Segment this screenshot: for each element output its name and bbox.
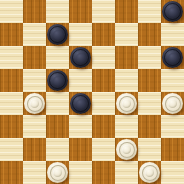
square-19[interactable]: ⛀ <box>115 92 138 115</box>
white-man-glyph: ⛀ <box>24 93 45 114</box>
black-man-glyph: ⛂ <box>47 24 68 45</box>
black-man-piece[interactable]: ⛂ <box>70 47 91 68</box>
square-light-r4c4 <box>92 92 115 115</box>
square-light-r0c6 <box>138 0 161 23</box>
black-man-piece[interactable]: ⛂ <box>70 93 91 114</box>
square-11[interactable] <box>115 46 138 69</box>
square-light-r3c7 <box>161 69 184 92</box>
square-light-r6c0 <box>0 138 23 161</box>
square-8[interactable] <box>138 23 161 46</box>
square-7[interactable] <box>92 23 115 46</box>
square-4[interactable]: ⛂ <box>161 0 184 23</box>
white-man-piece[interactable]: ⛀ <box>116 139 137 160</box>
square-15[interactable] <box>92 69 115 92</box>
square-3[interactable] <box>115 0 138 23</box>
square-light-r5c1 <box>23 115 46 138</box>
square-22[interactable] <box>46 115 69 138</box>
square-6[interactable]: ⛂ <box>46 23 69 46</box>
square-light-r0c2 <box>46 0 69 23</box>
square-light-r6c2 <box>46 138 69 161</box>
square-light-r4c2 <box>46 92 69 115</box>
square-light-r7c5 <box>115 161 138 184</box>
square-light-r2c6 <box>138 46 161 69</box>
square-light-r1c1 <box>23 23 46 46</box>
square-24[interactable] <box>138 115 161 138</box>
square-light-r3c5 <box>115 69 138 92</box>
white-man-piece[interactable]: ⛀ <box>47 162 68 183</box>
white-man-glyph: ⛀ <box>116 93 137 114</box>
black-man-glyph: ⛂ <box>162 1 183 22</box>
square-light-r2c4 <box>92 46 115 69</box>
square-27[interactable]: ⛀ <box>115 138 138 161</box>
black-man-glyph: ⛂ <box>162 47 183 68</box>
square-17[interactable]: ⛀ <box>23 92 46 115</box>
square-light-r2c0 <box>0 46 23 69</box>
square-light-r6c4 <box>92 138 115 161</box>
black-man-glyph: ⛂ <box>70 93 91 114</box>
white-man-piece[interactable]: ⛀ <box>24 93 45 114</box>
square-light-r0c4 <box>92 0 115 23</box>
white-man-piece[interactable]: ⛀ <box>139 162 160 183</box>
black-man-glyph: ⛂ <box>47 70 68 91</box>
square-32[interactable]: ⛀ <box>138 161 161 184</box>
square-28[interactable] <box>161 138 184 161</box>
square-31[interactable] <box>92 161 115 184</box>
square-10[interactable]: ⛂ <box>69 46 92 69</box>
square-23[interactable] <box>92 115 115 138</box>
square-14[interactable]: ⛂ <box>46 69 69 92</box>
white-man-glyph: ⛀ <box>139 162 160 183</box>
square-18[interactable]: ⛂ <box>69 92 92 115</box>
checkers-board: ⛂⛂⛂⛂⛂⛀⛂⛀⛀⛀⛀⛀ <box>0 0 184 184</box>
square-light-r0c0 <box>0 0 23 23</box>
square-light-r2c2 <box>46 46 69 69</box>
square-light-r1c3 <box>69 23 92 46</box>
square-13[interactable] <box>0 69 23 92</box>
black-man-piece[interactable]: ⛂ <box>47 70 68 91</box>
square-1[interactable] <box>23 0 46 23</box>
square-light-r1c7 <box>161 23 184 46</box>
square-20[interactable]: ⛀ <box>161 92 184 115</box>
square-light-r5c7 <box>161 115 184 138</box>
square-12[interactable]: ⛂ <box>161 46 184 69</box>
square-light-r4c0 <box>0 92 23 115</box>
square-29[interactable] <box>0 161 23 184</box>
square-light-r7c1 <box>23 161 46 184</box>
square-16[interactable] <box>138 69 161 92</box>
square-5[interactable] <box>0 23 23 46</box>
white-man-glyph: ⛀ <box>116 139 137 160</box>
black-man-piece[interactable]: ⛂ <box>162 1 183 22</box>
white-man-glyph: ⛀ <box>162 93 183 114</box>
white-man-glyph: ⛀ <box>47 162 68 183</box>
black-man-piece[interactable]: ⛂ <box>47 24 68 45</box>
square-light-r1c5 <box>115 23 138 46</box>
white-man-piece[interactable]: ⛀ <box>116 93 137 114</box>
square-26[interactable] <box>69 138 92 161</box>
square-light-r3c3 <box>69 69 92 92</box>
square-light-r7c3 <box>69 161 92 184</box>
square-light-r6c6 <box>138 138 161 161</box>
square-light-r4c6 <box>138 92 161 115</box>
square-21[interactable] <box>0 115 23 138</box>
square-light-r5c3 <box>69 115 92 138</box>
square-light-r7c7 <box>161 161 184 184</box>
white-man-piece[interactable]: ⛀ <box>162 93 183 114</box>
square-light-r3c1 <box>23 69 46 92</box>
black-man-piece[interactable]: ⛂ <box>162 47 183 68</box>
square-9[interactable] <box>23 46 46 69</box>
square-light-r5c5 <box>115 115 138 138</box>
black-man-glyph: ⛂ <box>70 47 91 68</box>
square-30[interactable]: ⛀ <box>46 161 69 184</box>
square-25[interactable] <box>23 138 46 161</box>
square-2[interactable] <box>69 0 92 23</box>
